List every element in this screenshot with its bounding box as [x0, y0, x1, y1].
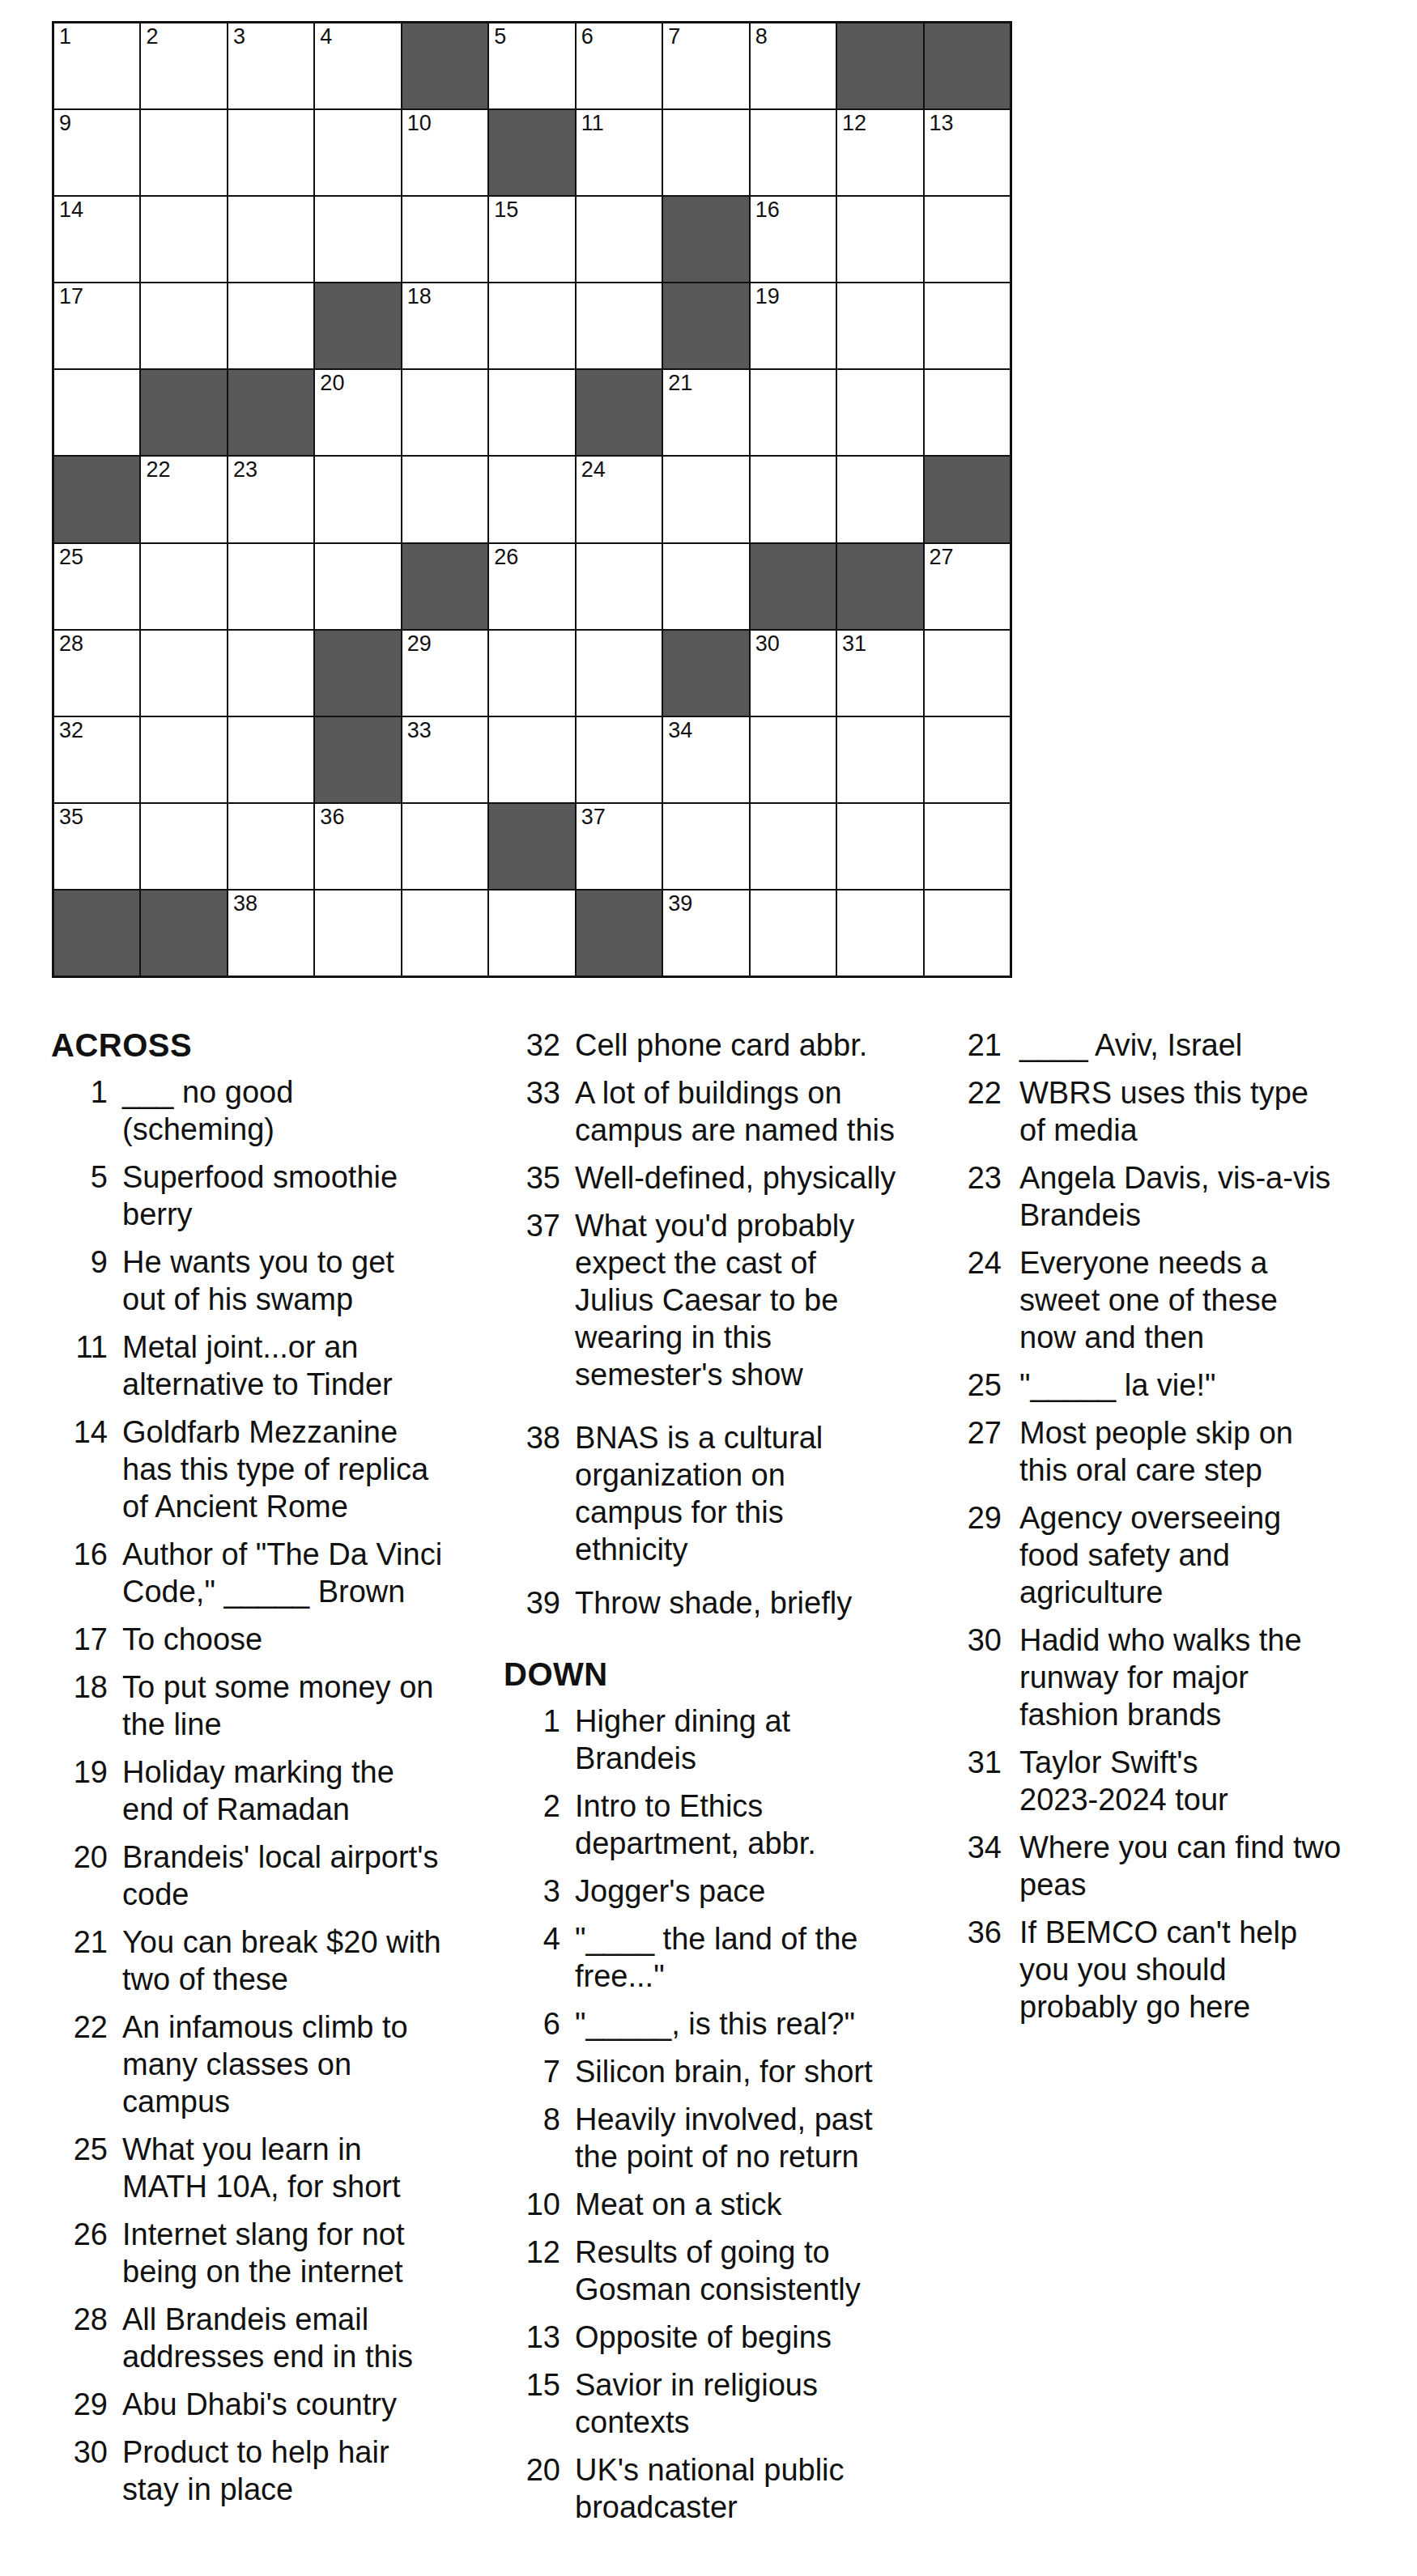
grid-cell: 36	[315, 804, 400, 889]
clue-text: He wants you to get out of his swamp	[122, 1243, 495, 1318]
clue-down-21: 21____ Aviv, Israel	[958, 1027, 1415, 1064]
clue-text: Meat on a stick	[575, 2186, 947, 2223]
cell-number: 19	[755, 285, 780, 308]
clue-text: Intro to Ethics department, abbr.	[575, 1787, 947, 1862]
clue-text: Savior in religious contexts	[575, 2366, 947, 2441]
cell-number: 21	[668, 372, 692, 394]
block-cell	[489, 110, 574, 195]
clue-text: "____ the land of the free..."	[575, 1920, 947, 1995]
clue-text: All Brandeis email addresses end in this	[122, 2301, 495, 2375]
grid-cell: 30	[751, 631, 836, 716]
grid-cell	[751, 891, 836, 976]
clue-number: 1	[51, 1073, 108, 1148]
clue-number: 30	[958, 1622, 1002, 1733]
clue-number: 1	[504, 1702, 560, 1777]
cell-number: 11	[581, 112, 604, 134]
clue-number: 8	[504, 2101, 560, 2175]
clue-across-25: 25What you learn in MATH 10A, for short	[51, 2131, 495, 2205]
cell-number: 13	[930, 112, 954, 134]
clue-text: WBRS uses this type of media	[1019, 1074, 1415, 1149]
cell-number: 20	[320, 372, 344, 394]
clue-down-31: 31Taylor Swift's 2023-2024 tour	[958, 1744, 1415, 1818]
grid-cell	[489, 717, 574, 802]
grid-cell	[228, 804, 313, 889]
clue-text: Cell phone card abbr.	[575, 1027, 947, 1064]
cell-number: 32	[59, 719, 83, 742]
cell-number: 30	[755, 632, 780, 655]
grid-cell	[228, 631, 313, 716]
clue-text: Throw shade, briefly	[575, 1584, 947, 1622]
cell-number: 14	[59, 198, 83, 221]
cell-number: 22	[146, 458, 170, 481]
clue-across-32: 32Cell phone card abbr.	[504, 1027, 947, 1064]
cell-number: 6	[581, 25, 594, 48]
grid-cell	[228, 110, 313, 195]
clue-number: 18	[51, 1668, 108, 1743]
clue-number: 5	[51, 1158, 108, 1233]
grid-cell	[315, 197, 400, 282]
grid-cell: 29	[402, 631, 487, 716]
grid-cell	[228, 197, 313, 282]
clue-number: 14	[51, 1413, 108, 1525]
clue-across-37: 37What you'd probably expect the cast of…	[504, 1207, 947, 1393]
block-cell	[663, 631, 748, 716]
clue-number: 19	[51, 1753, 108, 1828]
cell-number: 8	[755, 25, 768, 48]
clue-across-19: 19Holiday marking the end of Ramadan	[51, 1753, 495, 1828]
grid-cell	[751, 804, 836, 889]
grid-cell	[577, 283, 662, 368]
grid-cell	[228, 544, 313, 629]
across-heading: ACROSS	[51, 1027, 495, 1064]
clue-number: 9	[51, 1243, 108, 1318]
cell-number: 15	[494, 198, 518, 221]
block-cell	[837, 544, 922, 629]
clue-text: Superfood smoothie berry	[122, 1158, 495, 1233]
clue-number: 21	[51, 1923, 108, 1998]
grid-cell: 28	[54, 631, 139, 716]
grid-cell	[925, 197, 1010, 282]
clue-number: 10	[504, 2186, 560, 2223]
clue-text: Hadid who walks the runway for major fas…	[1019, 1622, 1415, 1733]
down-heading: DOWN	[504, 1656, 947, 1693]
grid-cell: 24	[577, 457, 662, 542]
clue-text: A lot of buildings on campus are named t…	[575, 1074, 947, 1149]
grid-cell	[489, 891, 574, 976]
block-cell	[315, 631, 400, 716]
grid-cell	[751, 717, 836, 802]
clue-down-2: 2Intro to Ethics department, abbr.	[504, 1787, 947, 1862]
clue-number: 26	[51, 2216, 108, 2290]
clue-text: ____ Aviv, Israel	[1019, 1027, 1415, 1064]
clue-number: 24	[958, 1244, 1002, 1356]
grid-cell: 11	[577, 110, 662, 195]
grid-cell	[489, 283, 574, 368]
across-clues: 1___ no good (scheming)5Superfood smooth…	[51, 1073, 495, 2508]
grid-cell: 35	[54, 804, 139, 889]
clue-text: "_____, is this real?"	[575, 2005, 947, 2043]
grid-cell	[54, 370, 139, 455]
grid-cell: 23	[228, 457, 313, 542]
block-cell	[663, 283, 748, 368]
clue-number: 35	[504, 1159, 560, 1197]
grid-cell	[925, 804, 1010, 889]
grid-cell	[925, 631, 1010, 716]
clue-number: 20	[504, 2451, 560, 2526]
clue-across-39: 39Throw shade, briefly	[504, 1584, 947, 1622]
block-cell	[925, 457, 1010, 542]
cell-number: 10	[407, 112, 432, 134]
cell-number: 5	[494, 25, 506, 48]
clue-text: Results of going to Gosman consistently	[575, 2234, 947, 2308]
clue-down-24: 24Everyone needs a sweet one of these no…	[958, 1244, 1415, 1356]
cell-number: 33	[407, 719, 432, 742]
across-clues-continued: 32Cell phone card abbr.33A lot of buildi…	[504, 1027, 947, 1622]
grid-cell	[837, 717, 922, 802]
clue-number: 31	[958, 1744, 1002, 1818]
clue-text: Heavily involved, past the point of no r…	[575, 2101, 947, 2175]
grid-cell	[925, 717, 1010, 802]
clue-across-16: 16Author of "The Da Vinci Code," _____ B…	[51, 1536, 495, 1610]
clue-number: 29	[958, 1499, 1002, 1611]
grid-cell: 13	[925, 110, 1010, 195]
clue-down-22: 22WBRS uses this type of media	[958, 1074, 1415, 1149]
clue-across-1: 1___ no good (scheming)	[51, 1073, 495, 1148]
clue-across-26: 26Internet slang for not being on the in…	[51, 2216, 495, 2290]
clue-down-6: 6"_____, is this real?"	[504, 2005, 947, 2043]
clue-down-10: 10Meat on a stick	[504, 2186, 947, 2223]
grid-cell: 17	[54, 283, 139, 368]
clue-down-29: 29Agency overseeing food safety and agri…	[958, 1499, 1415, 1611]
grid-cell	[228, 283, 313, 368]
grid-cell	[837, 457, 922, 542]
grid-cell	[577, 631, 662, 716]
crossword-grid: 1234567891011121314151617181920212223242…	[52, 21, 1012, 978]
clue-text: BNAS is a cultural organization on campu…	[575, 1419, 947, 1568]
cell-number: 31	[842, 632, 866, 655]
clue-across-30: 30Product to help hair stay in place	[51, 2434, 495, 2508]
clue-text: What you'd probably expect the cast of J…	[575, 1207, 947, 1393]
grid-cell	[751, 110, 836, 195]
clue-text: What you learn in MATH 10A, for short	[122, 2131, 495, 2205]
clue-text: "_____ la vie!"	[1019, 1367, 1415, 1404]
clue-across-5: 5Superfood smoothie berry	[51, 1158, 495, 1233]
grid-cell	[751, 457, 836, 542]
clue-column-2: 32Cell phone card abbr.33A lot of buildi…	[504, 1027, 947, 2536]
cell-number: 4	[320, 25, 332, 48]
grid-cell	[402, 370, 487, 455]
clue-number: 25	[51, 2131, 108, 2205]
cell-number: 28	[59, 632, 83, 655]
grid-cell: 10	[402, 110, 487, 195]
clue-across-18: 18To put some money on the line	[51, 1668, 495, 1743]
block-cell	[663, 197, 748, 282]
clue-number: 7	[504, 2053, 560, 2090]
grid-cell	[228, 717, 313, 802]
grid-cell	[402, 804, 487, 889]
grid-cell	[925, 370, 1010, 455]
clue-number: 27	[958, 1414, 1002, 1489]
clue-text: Angela Davis, vis-a-vis Brandeis	[1019, 1159, 1415, 1234]
clue-text: Brandeis' local airport's code	[122, 1838, 495, 1913]
grid-cell: 27	[925, 544, 1010, 629]
clue-down-20: 20UK's national public broadcaster	[504, 2451, 947, 2526]
clue-text: To choose	[122, 1621, 495, 1658]
grid-cell: 22	[141, 457, 226, 542]
clue-across-21: 21You can break $20 with two of these	[51, 1923, 495, 1998]
grid-cell	[663, 804, 748, 889]
grid-cell: 38	[228, 891, 313, 976]
clue-down-12: 12Results of going to Gosman consistentl…	[504, 2234, 947, 2308]
cell-number: 39	[668, 892, 692, 915]
clue-number: 29	[51, 2386, 108, 2423]
grid-cell: 15	[489, 197, 574, 282]
grid-cell	[489, 370, 574, 455]
clue-down-15: 15Savior in religious contexts	[504, 2366, 947, 2441]
cell-number: 36	[320, 806, 344, 828]
clue-across-35: 35Well-defined, physically	[504, 1159, 947, 1197]
clue-number: 17	[51, 1621, 108, 1658]
clue-number: 3	[504, 1872, 560, 1910]
grid-cell: 26	[489, 544, 574, 629]
grid-cell: 2	[141, 23, 226, 108]
clue-text: Author of "The Da Vinci Code," _____ Bro…	[122, 1536, 495, 1610]
grid-cell	[925, 283, 1010, 368]
clue-across-20: 20Brandeis' local airport's code	[51, 1838, 495, 1913]
down-clues: 1Higher dining at Brandeis2Intro to Ethi…	[504, 1702, 947, 2526]
grid-cell	[315, 891, 400, 976]
grid-cell: 7	[663, 23, 748, 108]
clue-number: 12	[504, 2234, 560, 2308]
clue-text: If BEMCO can't help you you should proba…	[1019, 1914, 1415, 2026]
grid-cell: 33	[402, 717, 487, 802]
grid-cell	[402, 891, 487, 976]
cell-number: 3	[233, 25, 245, 48]
clue-text: ___ no good (scheming)	[122, 1073, 495, 1148]
grid-cell: 19	[751, 283, 836, 368]
clue-number: 32	[504, 1027, 560, 1064]
block-cell	[54, 891, 139, 976]
clue-column-3: 21____ Aviv, Israel22WBRS uses this type…	[958, 1027, 1415, 2036]
clue-down-4: 4"____ the land of the free..."	[504, 1920, 947, 1995]
cell-number: 37	[581, 806, 606, 828]
grid-cell	[663, 544, 748, 629]
clue-down-36: 36If BEMCO can't help you you should pro…	[958, 1914, 1415, 2026]
grid-cell	[315, 544, 400, 629]
clue-across-17: 17To choose	[51, 1621, 495, 1658]
clue-number: 13	[504, 2319, 560, 2356]
grid-cell: 16	[751, 197, 836, 282]
grid-cell: 32	[54, 717, 139, 802]
block-cell	[54, 457, 139, 542]
grid-cell	[315, 110, 400, 195]
cell-number: 29	[407, 632, 432, 655]
grid-cell: 12	[837, 110, 922, 195]
clue-down-1: 1Higher dining at Brandeis	[504, 1702, 947, 1777]
grid-cell	[663, 110, 748, 195]
cell-number: 12	[842, 112, 866, 134]
grid-cell	[141, 110, 226, 195]
cell-number: 34	[668, 719, 692, 742]
clue-number: 22	[958, 1074, 1002, 1149]
block-cell	[315, 283, 400, 368]
grid-cell	[402, 457, 487, 542]
grid-cell: 39	[663, 891, 748, 976]
grid-cell: 9	[54, 110, 139, 195]
grid-cell	[837, 197, 922, 282]
block-cell	[577, 370, 662, 455]
clue-down-27: 27Most people skip on this oral care ste…	[958, 1414, 1415, 1489]
grid-cell	[141, 631, 226, 716]
clue-number: 28	[51, 2301, 108, 2375]
cell-number: 1	[59, 25, 71, 48]
clue-text: Holiday marking the end of Ramadan	[122, 1753, 495, 1828]
grid-cell: 8	[751, 23, 836, 108]
clue-number: 33	[504, 1074, 560, 1149]
grid-cell: 31	[837, 631, 922, 716]
clue-text: Where you can find two peas	[1019, 1829, 1415, 1903]
grid-cell	[925, 891, 1010, 976]
cell-number: 25	[59, 546, 83, 568]
grid-cell	[315, 457, 400, 542]
clue-number: 21	[958, 1027, 1002, 1064]
clue-number: 6	[504, 2005, 560, 2043]
clue-text: Silicon brain, for short	[575, 2053, 947, 2090]
clue-text: Opposite of begins	[575, 2319, 947, 2356]
cell-number: 26	[494, 546, 518, 568]
clue-number: 22	[51, 2009, 108, 2120]
grid-cell	[489, 457, 574, 542]
grid-cell: 25	[54, 544, 139, 629]
grid-cell	[577, 197, 662, 282]
clue-text: An infamous climb to many classes on cam…	[122, 2009, 495, 2120]
clue-text: Jogger's pace	[575, 1872, 947, 1910]
clue-text: To put some money on the line	[122, 1668, 495, 1743]
cell-number: 24	[581, 458, 606, 481]
grid-cell	[663, 457, 748, 542]
clue-text: Higher dining at Brandeis	[575, 1702, 947, 1777]
grid-cell	[141, 717, 226, 802]
clue-number: 16	[51, 1536, 108, 1610]
grid-cell: 4	[315, 23, 400, 108]
clue-down-25: 25"_____ la vie!"	[958, 1367, 1415, 1404]
clue-number: 2	[504, 1787, 560, 1862]
grid-cell	[837, 804, 922, 889]
grid-cell: 1	[54, 23, 139, 108]
down-clues-continued: 21____ Aviv, Israel22WBRS uses this type…	[958, 1027, 1415, 2026]
clue-text: Taylor Swift's 2023-2024 tour	[1019, 1744, 1415, 1818]
clue-across-9: 9He wants you to get out of his swamp	[51, 1243, 495, 1318]
grid-cell	[141, 544, 226, 629]
clue-across-22: 22An infamous climb to many classes on c…	[51, 2009, 495, 2120]
block-cell	[489, 804, 574, 889]
cell-number: 17	[59, 285, 83, 308]
block-cell	[141, 370, 226, 455]
cell-number: 18	[407, 285, 432, 308]
clue-across-38: 38BNAS is a cultural organization on cam…	[504, 1419, 947, 1568]
grid-cell	[577, 717, 662, 802]
clue-number: 25	[958, 1367, 1002, 1404]
block-cell	[228, 370, 313, 455]
grid-cell	[141, 283, 226, 368]
clue-down-34: 34Where you can find two peas	[958, 1829, 1415, 1903]
grid-cell	[402, 197, 487, 282]
grid-cell	[489, 631, 574, 716]
grid-cell: 21	[663, 370, 748, 455]
block-cell	[402, 544, 487, 629]
clue-text: Metal joint...or an alternative to Tinde…	[122, 1328, 495, 1403]
clue-down-30: 30Hadid who walks the runway for major f…	[958, 1622, 1415, 1733]
clue-text: Everyone needs a sweet one of these now …	[1019, 1244, 1415, 1356]
cell-number: 27	[930, 546, 954, 568]
block-cell	[751, 544, 836, 629]
cell-number: 16	[755, 198, 780, 221]
block-cell	[837, 23, 922, 108]
grid-cell: 34	[663, 717, 748, 802]
clue-number: 23	[958, 1159, 1002, 1234]
grid-cell	[837, 370, 922, 455]
clue-text: Well-defined, physically	[575, 1159, 947, 1197]
clue-text: Internet slang for not being on the inte…	[122, 2216, 495, 2290]
clue-number: 15	[504, 2366, 560, 2441]
cell-number: 35	[59, 806, 83, 828]
clue-number: 4	[504, 1920, 560, 1995]
clue-down-7: 7Silicon brain, for short	[504, 2053, 947, 2090]
clue-across-33: 33A lot of buildings on campus are named…	[504, 1074, 947, 1149]
grid-cell: 14	[54, 197, 139, 282]
cell-number: 7	[668, 25, 680, 48]
clue-across-28: 28All Brandeis email addresses end in th…	[51, 2301, 495, 2375]
clue-text: Goldfarb Mezzanine has this type of repl…	[122, 1413, 495, 1525]
clue-down-8: 8Heavily involved, past the point of no …	[504, 2101, 947, 2175]
clue-column-1: ACROSS 1___ no good (scheming)5Superfood…	[51, 1027, 495, 2519]
grid-cell	[751, 370, 836, 455]
block-cell	[577, 891, 662, 976]
clue-number: 39	[504, 1584, 560, 1622]
clue-down-13: 13Opposite of begins	[504, 2319, 947, 2356]
grid-cell: 5	[489, 23, 574, 108]
clue-across-11: 11Metal joint...or an alternative to Tin…	[51, 1328, 495, 1403]
cell-number: 2	[146, 25, 158, 48]
grid-cell: 37	[577, 804, 662, 889]
grid-cell	[141, 197, 226, 282]
clue-text: Abu Dhabi's country	[122, 2386, 495, 2423]
clue-number: 11	[51, 1328, 108, 1403]
clue-across-14: 14Goldfarb Mezzanine has this type of re…	[51, 1413, 495, 1525]
clue-number: 38	[504, 1419, 560, 1568]
grid-cell: 18	[402, 283, 487, 368]
grid-cell: 6	[577, 23, 662, 108]
clue-down-3: 3Jogger's pace	[504, 1872, 947, 1910]
block-cell	[315, 717, 400, 802]
block-cell	[925, 23, 1010, 108]
clue-down-23: 23Angela Davis, vis-a-vis Brandeis	[958, 1159, 1415, 1234]
clue-text: Most people skip on this oral care step	[1019, 1414, 1415, 1489]
grid-cell: 20	[315, 370, 400, 455]
clue-text: You can break $20 with two of these	[122, 1923, 495, 1998]
grid-cell	[141, 804, 226, 889]
block-cell	[141, 891, 226, 976]
clue-across-29: 29Abu Dhabi's country	[51, 2386, 495, 2423]
cell-number: 38	[233, 892, 257, 915]
clue-number: 36	[958, 1914, 1002, 2026]
block-cell	[402, 23, 487, 108]
grid-cell	[577, 544, 662, 629]
clue-number: 20	[51, 1838, 108, 1913]
clue-number: 34	[958, 1829, 1002, 1903]
cell-number: 23	[233, 458, 257, 481]
clue-text: UK's national public broadcaster	[575, 2451, 947, 2526]
